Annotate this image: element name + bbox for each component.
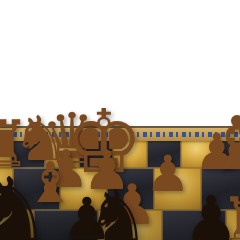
black-pawn-g3[interactable]: ♟ xyxy=(180,188,240,240)
black-knight-a3[interactable]: ♞ xyxy=(0,166,56,240)
chessboard-photo: ♞ ♛ ♜ ♟ ♝ ♚ ♟ ♟ ♟ ♝ ♟ ♜ ♞ ♟ ♞ ♟ xyxy=(0,0,240,240)
black-knight-d3[interactable]: ♞ xyxy=(83,181,153,240)
white-bishop-h6[interactable]: ♝ xyxy=(200,106,240,180)
